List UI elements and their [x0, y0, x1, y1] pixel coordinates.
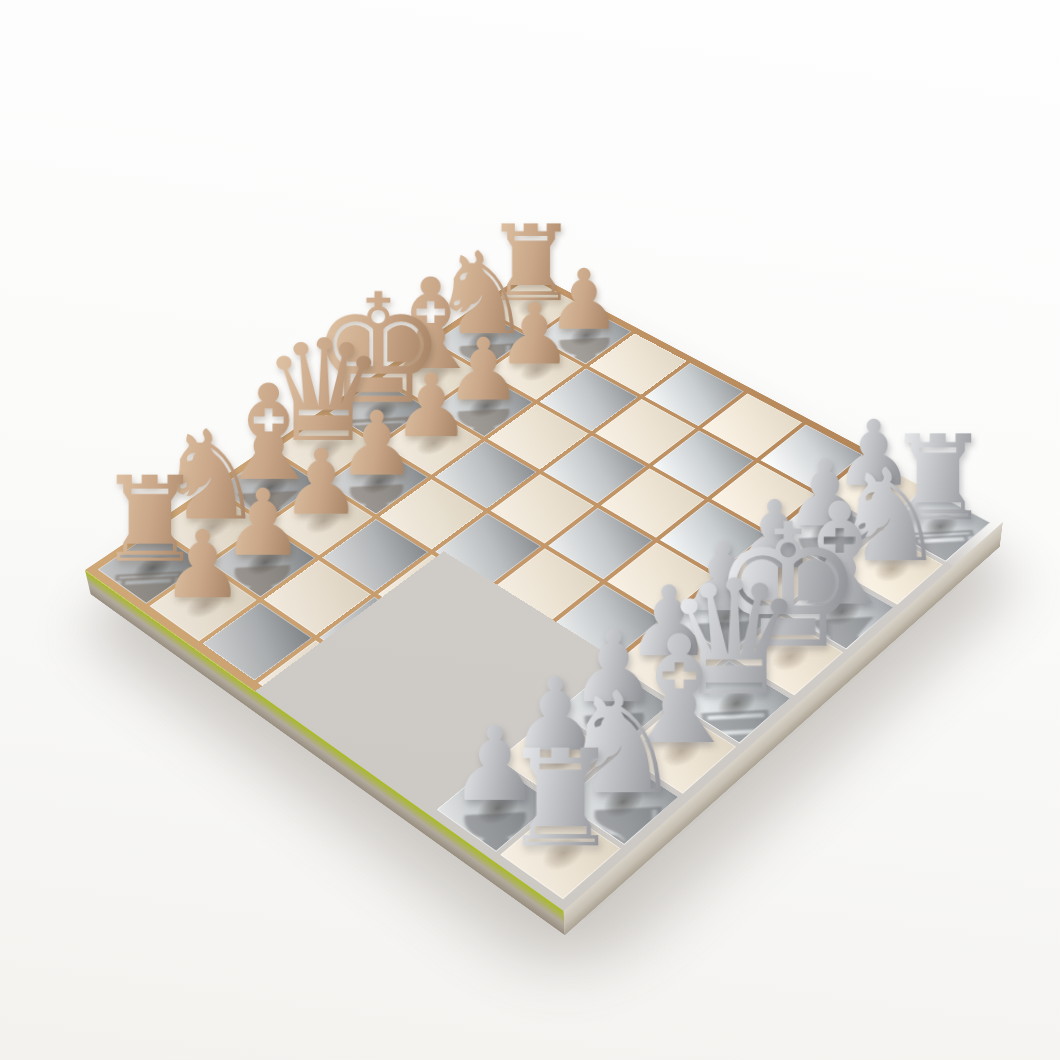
- piece-silver-rook[interactable]: ♜: [500, 731, 620, 865]
- perspective-container: ♜♜♞♝♝♛♚♚♝♞♞♜♟♟♟♟♟♟♟♟♟♟♟♟♟♟♟♟♟♟♟♟♟♟♟♟♜♞♞♝…: [0, 0, 1060, 1060]
- chessboard-3d: ♜♜♞♝♝♛♚♚♝♞♞♜♟♟♟♟♟♟♟♟♟♟♟♟♟♟♟♟♟♟♟♟♟♟♟♟♜♞♞♝…: [85, 271, 1003, 911]
- product-photo-scene: ♜♜♞♝♝♛♚♚♝♞♞♜♟♟♟♟♟♟♟♟♟♟♟♟♟♟♟♟♟♟♟♟♟♟♟♟♜♞♞♝…: [0, 0, 1060, 1060]
- piece-wood-pawn[interactable]: ♟: [161, 519, 245, 613]
- chessboard: ♜♜♞♝♝♛♚♚♝♞♞♜♟♟♟♟♟♟♟♟♟♟♟♟♟♟♟♟♟♟♟♟♟♟♟♟♜♞♞♝…: [85, 271, 1003, 911]
